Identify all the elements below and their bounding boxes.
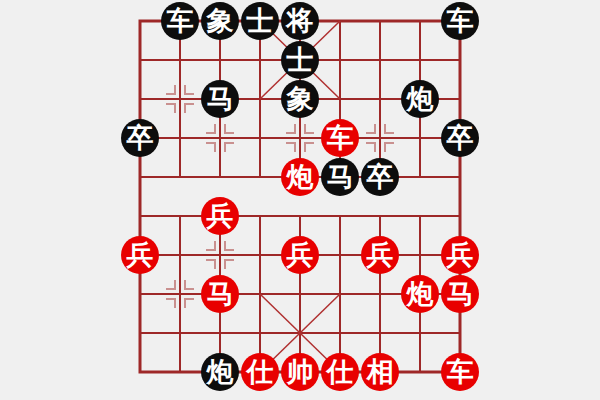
- piece-black-general[interactable]: 将: [281, 2, 319, 40]
- piece-black-soldier[interactable]: 卒: [121, 119, 159, 157]
- piece-black-soldier[interactable]: 卒: [441, 119, 479, 157]
- piece-red-advisor[interactable]: 仕: [241, 353, 279, 391]
- piece-red-soldier[interactable]: 兵: [441, 236, 479, 274]
- piece-red-horse[interactable]: 马: [201, 275, 239, 313]
- piece-red-elephant[interactable]: 相: [361, 353, 399, 391]
- piece-black-soldier[interactable]: 卒: [361, 158, 399, 196]
- piece-black-advisor[interactable]: 士: [241, 2, 279, 40]
- piece-red-soldier[interactable]: 兵: [361, 236, 399, 274]
- piece-red-chariot[interactable]: 车: [441, 353, 479, 391]
- piece-red-cannon[interactable]: 炮: [401, 275, 439, 313]
- piece-black-advisor[interactable]: 士: [281, 41, 319, 79]
- piece-red-chariot[interactable]: 车: [321, 119, 359, 157]
- piece-red-horse[interactable]: 马: [441, 275, 479, 313]
- piece-black-chariot[interactable]: 车: [161, 2, 199, 40]
- piece-red-general[interactable]: 帅: [281, 353, 319, 391]
- piece-black-elephant[interactable]: 象: [201, 2, 239, 40]
- xiangqi-screenshot: 车象士将车士马象炮卒车卒炮马卒兵兵兵兵兵马炮马炮仕帅仕相车: [0, 0, 600, 400]
- piece-red-soldier[interactable]: 兵: [121, 236, 159, 274]
- piece-black-horse[interactable]: 马: [201, 80, 239, 118]
- piece-black-horse[interactable]: 马: [321, 158, 359, 196]
- piece-black-chariot[interactable]: 车: [441, 2, 479, 40]
- piece-red-cannon[interactable]: 炮: [281, 158, 319, 196]
- piece-black-elephant[interactable]: 象: [281, 80, 319, 118]
- piece-red-soldier[interactable]: 兵: [201, 197, 239, 235]
- piece-black-cannon[interactable]: 炮: [401, 80, 439, 118]
- piece-black-cannon[interactable]: 炮: [201, 353, 239, 391]
- piece-red-advisor[interactable]: 仕: [321, 353, 359, 391]
- piece-red-soldier[interactable]: 兵: [281, 236, 319, 274]
